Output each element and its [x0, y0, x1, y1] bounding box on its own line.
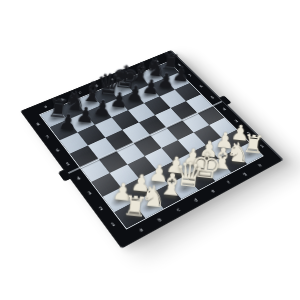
coordinate-label: 6	[55, 148, 60, 152]
coordinate-label: 2	[98, 206, 104, 211]
coordinate-label: d	[193, 198, 199, 203]
piece-black-pawn-a7: ♟	[57, 112, 78, 135]
coordinate-label: 5	[210, 96, 215, 100]
coordinate-label: 3	[87, 190, 92, 195]
coordinate-label: 6	[199, 84, 204, 88]
coordinate-label: c	[175, 207, 180, 212]
coordinate-label: 1	[110, 222, 116, 227]
coordinate-label: 7	[45, 135, 50, 139]
chess-board: ♜♞♝♛♚♝♞♜♟♟♟♟♟♟♟♟♟♟♟♟♟♟♟♟♜♞♝♛♚♝♞♜ abcdefg…	[20, 50, 284, 249]
coordinate-label: g	[241, 172, 246, 177]
coordinate-label: h	[257, 163, 262, 167]
coordinate-label: b	[157, 217, 163, 222]
coordinate-label: 5	[65, 162, 70, 167]
coordinate-label: a	[138, 227, 144, 232]
piece-white-rook-a1: ♜	[122, 192, 149, 221]
board-squares-grid: ♜♞♝♛♚♝♞♜♟♟♟♟♟♟♟♟♟♟♟♟♟♟♟♟♜♞♝♛♚♝♞♜	[39, 61, 264, 229]
product-photo-chess-set: ♜♞♝♛♚♝♞♜♟♟♟♟♟♟♟♟♟♟♟♟♟♟♟♟♜♞♝♛♚♝♞♜ abcdefg…	[0, 0, 300, 300]
coordinate-label: 4	[76, 176, 81, 181]
coordinate-label: 4	[222, 107, 227, 111]
board-stage: ♜♞♝♛♚♝♞♜♟♟♟♟♟♟♟♟♟♟♟♟♟♟♟♟♜♞♝♛♚♝♞♜ abcdefg…	[46, 31, 255, 240]
coordinate-label: f	[226, 180, 230, 184]
coordinate-label: e	[210, 189, 216, 194]
coordinate-label: 8	[36, 122, 41, 126]
